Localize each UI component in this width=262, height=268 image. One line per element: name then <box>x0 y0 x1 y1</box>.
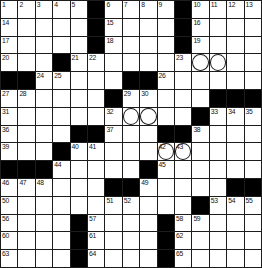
clue-number-59: 59 <box>193 215 200 223</box>
cell-r12-c3[interactable] <box>36 197 52 214</box>
cell-r10-c14[interactable] <box>227 161 243 178</box>
cell-r8-c15[interactable] <box>245 126 261 143</box>
cell-r6-c9[interactable]: 30 <box>140 90 156 107</box>
cell-r7-c7[interactable]: 32 <box>105 108 121 125</box>
clue-number-5: 5 <box>72 1 75 9</box>
clue-number-6: 6 <box>106 1 109 9</box>
cell-r6-c6[interactable] <box>88 90 104 107</box>
cell-r9-c11[interactable]: 43 <box>175 143 191 160</box>
black-cell-r8-c10 <box>158 126 174 143</box>
cell-r4-c15[interactable] <box>245 54 261 71</box>
black-cell-r13-c10 <box>158 215 174 232</box>
cell-r13-c9[interactable] <box>140 215 156 232</box>
clue-number-1: 1 <box>2 1 5 9</box>
black-cell-r14-c10 <box>158 232 174 249</box>
cell-r8-c13[interactable] <box>210 126 226 143</box>
cell-r15-c12[interactable] <box>192 250 208 267</box>
cell-r3-c4[interactable] <box>53 37 69 54</box>
cell-r3-c14[interactable] <box>227 37 243 54</box>
clue-number-2: 2 <box>19 1 22 9</box>
cell-r12-c11[interactable] <box>175 197 191 214</box>
clue-number-11: 11 <box>211 1 217 9</box>
black-cell-r10-c2 <box>18 161 34 178</box>
cell-r9-c3[interactable] <box>36 143 52 160</box>
black-cell-r8-c11 <box>175 126 191 143</box>
cell-r4-c7[interactable] <box>105 54 121 71</box>
cell-r12-c13[interactable]: 53 <box>210 197 226 214</box>
cell-r14-c13[interactable] <box>210 232 226 249</box>
clue-number-15: 15 <box>106 19 113 27</box>
black-cell-r5-c1 <box>1 72 17 89</box>
cell-r5-c10[interactable]: 26 <box>158 72 174 89</box>
clue-number-37: 37 <box>106 126 113 134</box>
black-cell-r6-c14 <box>227 90 243 107</box>
cell-r4-c6[interactable]: 22 <box>88 54 104 71</box>
black-cell-r1-c6 <box>88 1 104 18</box>
black-cell-r9-c4 <box>53 143 69 160</box>
cell-r4-c5[interactable]: 21 <box>71 54 87 71</box>
cell-r1-c10[interactable]: 9 <box>158 1 174 18</box>
clue-number-10: 10 <box>193 1 200 9</box>
cell-r5-c14[interactable] <box>227 72 243 89</box>
cell-r3-c12[interactable]: 19 <box>192 37 208 54</box>
black-cell-r11-c14 <box>227 179 243 196</box>
cell-r10-c5[interactable] <box>71 161 87 178</box>
cell-r2-c2[interactable] <box>18 19 34 36</box>
clue-number-51: 51 <box>106 197 113 205</box>
cell-r15-c13[interactable] <box>210 250 226 267</box>
cell-r2-c9[interactable] <box>140 19 156 36</box>
cell-r4-c1[interactable]: 20 <box>1 54 17 71</box>
cell-r6-c2[interactable]: 28 <box>18 90 34 107</box>
clue-number-19: 19 <box>193 37 200 45</box>
black-cell-r8-c5 <box>71 126 87 143</box>
cell-r2-c8[interactable] <box>123 19 139 36</box>
cell-r11-c3[interactable]: 48 <box>36 179 52 196</box>
cell-r6-c5[interactable] <box>71 90 87 107</box>
cell-r4-c11[interactable]: 23 <box>175 54 191 71</box>
black-cell-r12-c12 <box>192 197 208 214</box>
cell-r12-c1[interactable]: 50 <box>1 197 17 214</box>
cell-r3-c3[interactable] <box>36 37 52 54</box>
cell-r5-c13[interactable] <box>210 72 226 89</box>
cell-r14-c9[interactable] <box>140 232 156 249</box>
cell-r9-c8[interactable] <box>123 143 139 160</box>
clue-number-63: 63 <box>2 250 9 258</box>
black-cell-r11-c7 <box>105 179 121 196</box>
cell-r4-c3[interactable] <box>36 54 52 71</box>
cell-r3-c7[interactable]: 18 <box>105 37 121 54</box>
clue-number-17: 17 <box>2 37 9 45</box>
cell-r5-c5[interactable] <box>71 72 87 89</box>
black-cell-r13-c5 <box>71 215 87 232</box>
cell-r5-c11[interactable] <box>175 72 191 89</box>
cell-r13-c2[interactable] <box>18 215 34 232</box>
cell-r11-c10[interactable] <box>158 179 174 196</box>
black-cell-r11-c8 <box>123 179 139 196</box>
black-cell-r2-c11 <box>175 19 191 36</box>
clue-number-65: 65 <box>176 250 183 258</box>
black-cell-r10-c1 <box>1 161 17 178</box>
cell-r12-c8[interactable]: 52 <box>123 197 139 214</box>
cell-r9-c10[interactable]: 42 <box>158 143 174 160</box>
cell-r11-c9[interactable]: 49 <box>140 179 156 196</box>
cell-r4-c12[interactable] <box>192 54 208 71</box>
cell-r6-c4[interactable] <box>53 90 69 107</box>
clue-number-27: 27 <box>2 90 9 98</box>
cell-r5-c7[interactable] <box>105 72 121 89</box>
cell-r15-c1[interactable]: 63 <box>1 250 17 267</box>
cell-r9-c12[interactable] <box>192 143 208 160</box>
circle-mark <box>140 108 156 125</box>
cell-r1-c3[interactable]: 3 <box>36 1 52 18</box>
cell-r3-c1[interactable]: 17 <box>1 37 17 54</box>
black-cell-r5-c9 <box>140 72 156 89</box>
cell-r7-c3[interactable] <box>36 108 52 125</box>
cell-r2-c7[interactable]: 15 <box>105 19 121 36</box>
clue-number-58: 58 <box>176 215 183 223</box>
cell-r7-c15[interactable]: 35 <box>245 108 261 125</box>
cell-r3-c5[interactable] <box>71 37 87 54</box>
cell-r14-c2[interactable] <box>18 232 34 249</box>
cell-r15-c3[interactable] <box>36 250 52 267</box>
cell-r12-c15[interactable]: 55 <box>245 197 261 214</box>
cell-r11-c1[interactable]: 46 <box>1 179 17 196</box>
clue-number-18: 18 <box>106 37 113 45</box>
cell-r1-c4[interactable]: 4 <box>53 1 69 18</box>
cell-r11-c5[interactable] <box>71 179 87 196</box>
cell-r12-c10[interactable] <box>158 197 174 214</box>
black-cell-r7-c12 <box>192 108 208 125</box>
clue-number-7: 7 <box>124 1 127 9</box>
cell-r15-c2[interactable] <box>18 250 34 267</box>
cell-r11-c6[interactable] <box>88 179 104 196</box>
clue-number-13: 13 <box>246 1 253 9</box>
clue-number-24: 24 <box>37 72 44 80</box>
black-cell-r1-c11 <box>175 1 191 18</box>
clue-number-30: 30 <box>141 90 148 98</box>
cell-r13-c3[interactable] <box>36 215 52 232</box>
cell-r9-c13[interactable] <box>210 143 226 160</box>
cell-r13-c15[interactable] <box>245 215 261 232</box>
cell-r1-c15[interactable]: 13 <box>245 1 261 18</box>
cell-r14-c1[interactable]: 60 <box>1 232 17 249</box>
cell-r14-c8[interactable] <box>123 232 139 249</box>
cell-r10-c15[interactable] <box>245 161 261 178</box>
cell-r11-c13[interactable] <box>210 179 226 196</box>
clue-number-20: 20 <box>2 54 9 62</box>
clue-number-44: 44 <box>54 161 61 169</box>
clue-number-12: 12 <box>228 1 235 9</box>
cell-r10-c4[interactable]: 44 <box>53 161 69 178</box>
black-cell-r10-c3 <box>36 161 52 178</box>
black-cell-r5-c2 <box>18 72 34 89</box>
cell-r7-c14[interactable]: 34 <box>227 108 243 125</box>
cell-r2-c1[interactable]: 14 <box>1 19 17 36</box>
clue-number-34: 34 <box>228 108 235 116</box>
cell-r8-c2[interactable] <box>18 126 34 143</box>
clue-number-49: 49 <box>141 179 148 187</box>
clue-number-56: 56 <box>2 215 9 223</box>
cell-r6-c1[interactable]: 27 <box>1 90 17 107</box>
cell-r13-c11[interactable]: 58 <box>175 215 191 232</box>
cell-r8-c12[interactable]: 38 <box>192 126 208 143</box>
clue-number-40: 40 <box>72 143 79 151</box>
cell-r11-c4[interactable] <box>53 179 69 196</box>
cell-r8-c7[interactable]: 37 <box>105 126 121 143</box>
black-cell-r6-c15 <box>245 90 261 107</box>
cell-r6-c3[interactable] <box>36 90 52 107</box>
cell-r9-c9[interactable] <box>140 143 156 160</box>
cell-r7-c8[interactable] <box>123 108 139 125</box>
cell-r7-c4[interactable] <box>53 108 69 125</box>
cell-r9-c15[interactable] <box>245 143 261 160</box>
cell-r3-c2[interactable] <box>18 37 34 54</box>
clue-number-64: 64 <box>89 250 96 258</box>
clue-number-31: 31 <box>2 108 9 116</box>
cell-r10-c11[interactable] <box>175 161 191 178</box>
cell-r7-c10[interactable] <box>158 108 174 125</box>
cell-r2-c3[interactable] <box>36 19 52 36</box>
cell-r4-c10[interactable] <box>158 54 174 71</box>
cell-r1-c9[interactable]: 8 <box>140 1 156 18</box>
black-cell-r6-c7 <box>105 90 121 107</box>
black-cell-r15-c10 <box>158 250 174 267</box>
cell-r3-c8[interactable] <box>123 37 139 54</box>
clue-number-46: 46 <box>2 179 9 187</box>
cell-r8-c4[interactable] <box>53 126 69 143</box>
cell-r6-c12[interactable] <box>192 90 208 107</box>
cell-r5-c15[interactable] <box>245 72 261 89</box>
cell-r8-c1[interactable]: 36 <box>1 126 17 143</box>
cell-r13-c13[interactable] <box>210 215 226 232</box>
cell-r3-c15[interactable] <box>245 37 261 54</box>
clue-number-26: 26 <box>159 72 166 80</box>
black-cell-r3-c11 <box>175 37 191 54</box>
clue-number-23: 23 <box>176 54 183 62</box>
circle-mark <box>210 54 226 71</box>
clue-number-45: 45 <box>159 161 166 169</box>
cell-r12-c7[interactable]: 51 <box>105 197 121 214</box>
clue-number-22: 22 <box>89 54 96 62</box>
cell-r10-c8[interactable] <box>123 161 139 178</box>
cell-r12-c6[interactable] <box>88 197 104 214</box>
cell-r7-c2[interactable] <box>18 108 34 125</box>
clue-number-21: 21 <box>72 54 79 62</box>
cell-r8-c14[interactable] <box>227 126 243 143</box>
cell-r9-c2[interactable] <box>18 143 34 160</box>
clue-number-33: 33 <box>211 108 218 116</box>
clue-number-57: 57 <box>89 215 96 223</box>
cell-r7-c6[interactable] <box>88 108 104 125</box>
cell-r5-c12[interactable] <box>192 72 208 89</box>
black-cell-r6-c13 <box>210 90 226 107</box>
cell-r1-c8[interactable]: 7 <box>123 1 139 18</box>
clue-number-4: 4 <box>54 1 57 9</box>
black-cell-r15-c5 <box>71 250 87 267</box>
cell-r8-c9[interactable] <box>140 126 156 143</box>
cell-r4-c13[interactable] <box>210 54 226 71</box>
cell-r13-c8[interactable] <box>123 215 139 232</box>
cell-r13-c6[interactable]: 57 <box>88 215 104 232</box>
cell-r15-c7[interactable] <box>105 250 121 267</box>
black-cell-r10-c9 <box>140 161 156 178</box>
cell-r10-c10[interactable]: 45 <box>158 161 174 178</box>
cell-r6-c10[interactable] <box>158 90 174 107</box>
cell-r1-c14[interactable]: 12 <box>227 1 243 18</box>
cell-r1-c7[interactable]: 6 <box>105 1 121 18</box>
crossword-puzzle: 1234567891011121314151617181920212223242… <box>0 0 262 268</box>
cell-r13-c14[interactable] <box>227 215 243 232</box>
circle-mark <box>192 54 208 71</box>
cell-r15-c4[interactable] <box>53 250 69 267</box>
clue-number-42: 42 <box>159 143 166 151</box>
clue-number-43: 43 <box>176 143 183 151</box>
clue-number-48: 48 <box>37 179 44 187</box>
clue-number-55: 55 <box>246 197 253 205</box>
cell-r12-c4[interactable] <box>53 197 69 214</box>
cell-r12-c9[interactable] <box>140 197 156 214</box>
cell-r15-c14[interactable] <box>227 250 243 267</box>
clue-number-62: 62 <box>176 232 183 240</box>
cell-r2-c13[interactable] <box>210 19 226 36</box>
cell-r15-c6[interactable]: 64 <box>88 250 104 267</box>
clue-number-16: 16 <box>193 19 200 27</box>
clue-number-54: 54 <box>228 197 235 205</box>
cell-r15-c9[interactable] <box>140 250 156 267</box>
cell-r1-c12[interactable]: 10 <box>192 1 208 18</box>
cell-r7-c1[interactable]: 31 <box>1 108 17 125</box>
black-cell-r11-c15 <box>245 179 261 196</box>
cell-r9-c5[interactable]: 40 <box>71 143 87 160</box>
cell-r10-c6[interactable] <box>88 161 104 178</box>
cell-r2-c12[interactable]: 16 <box>192 19 208 36</box>
cell-r10-c7[interactable] <box>105 161 121 178</box>
cell-r14-c14[interactable] <box>227 232 243 249</box>
cell-r6-c8[interactable]: 29 <box>123 90 139 107</box>
cell-r4-c2[interactable] <box>18 54 34 71</box>
cell-r15-c15[interactable] <box>245 250 261 267</box>
clue-number-61: 61 <box>89 232 96 240</box>
clue-number-32: 32 <box>106 108 113 116</box>
cell-r15-c8[interactable] <box>123 250 139 267</box>
cell-r14-c11[interactable]: 62 <box>175 232 191 249</box>
cell-r2-c14[interactable] <box>227 19 243 36</box>
clue-number-50: 50 <box>2 197 9 205</box>
cell-r10-c12[interactable] <box>192 161 208 178</box>
cell-r2-c5[interactable] <box>71 19 87 36</box>
cell-r9-c14[interactable] <box>227 143 243 160</box>
cell-r13-c4[interactable] <box>53 215 69 232</box>
cell-r7-c13[interactable]: 33 <box>210 108 226 125</box>
cell-r7-c9[interactable] <box>140 108 156 125</box>
clue-number-53: 53 <box>211 197 218 205</box>
cell-r13-c7[interactable] <box>105 215 121 232</box>
cell-r2-c4[interactable] <box>53 19 69 36</box>
cell-r9-c6[interactable]: 41 <box>88 143 104 160</box>
circle-mark <box>123 108 139 125</box>
cell-r2-c15[interactable] <box>245 19 261 36</box>
cell-r4-c14[interactable] <box>227 54 243 71</box>
cell-r3-c9[interactable] <box>140 37 156 54</box>
cell-r1-c5[interactable]: 5 <box>71 1 87 18</box>
cell-r14-c7[interactable] <box>105 232 121 249</box>
cell-r14-c12[interactable] <box>192 232 208 249</box>
clue-number-39: 39 <box>2 143 9 151</box>
cell-r2-c10[interactable] <box>158 19 174 36</box>
clue-number-52: 52 <box>124 197 131 205</box>
cell-r3-c10[interactable] <box>158 37 174 54</box>
cell-r13-c1[interactable]: 56 <box>1 215 17 232</box>
clue-number-36: 36 <box>2 126 9 134</box>
cell-r9-c7[interactable] <box>105 143 121 160</box>
cell-r5-c4[interactable]: 25 <box>53 72 69 89</box>
clue-number-41: 41 <box>89 143 96 151</box>
cell-r12-c14[interactable]: 54 <box>227 197 243 214</box>
cell-r6-c11[interactable] <box>175 90 191 107</box>
clue-number-28: 28 <box>19 90 26 98</box>
cell-r13-c12[interactable]: 59 <box>192 215 208 232</box>
crossword-grid: 1234567891011121314151617181920212223242… <box>0 0 262 268</box>
cell-r1-c2[interactable]: 2 <box>18 1 34 18</box>
cell-r1-c1[interactable]: 1 <box>1 1 17 18</box>
cell-r14-c3[interactable] <box>36 232 52 249</box>
cell-r10-c13[interactable] <box>210 161 226 178</box>
cell-r5-c6[interactable] <box>88 72 104 89</box>
cell-r4-c9[interactable] <box>140 54 156 71</box>
clue-number-29: 29 <box>124 90 131 98</box>
cell-r3-c13[interactable] <box>210 37 226 54</box>
cell-r4-c8[interactable] <box>123 54 139 71</box>
clue-number-8: 8 <box>141 1 144 9</box>
cell-r9-c1[interactable]: 39 <box>1 143 17 160</box>
clue-number-9: 9 <box>159 1 162 9</box>
cell-r15-c11[interactable]: 65 <box>175 250 191 267</box>
cell-r11-c2[interactable]: 47 <box>18 179 34 196</box>
clue-number-25: 25 <box>54 72 61 80</box>
clue-number-47: 47 <box>19 179 26 187</box>
black-cell-r2-c6 <box>88 19 104 36</box>
cell-r11-c12[interactable] <box>192 179 208 196</box>
black-cell-r4-c4 <box>53 54 69 71</box>
cell-r8-c8[interactable] <box>123 126 139 143</box>
cell-r7-c5[interactable] <box>71 108 87 125</box>
cell-r14-c6[interactable]: 61 <box>88 232 104 249</box>
cell-r12-c2[interactable] <box>18 197 34 214</box>
cell-r14-c15[interactable] <box>245 232 261 249</box>
cell-r1-c13[interactable]: 11 <box>210 1 226 18</box>
clue-number-35: 35 <box>246 108 253 116</box>
cell-r5-c3[interactable]: 24 <box>36 72 52 89</box>
clue-number-14: 14 <box>2 19 9 27</box>
cell-r12-c5[interactable] <box>71 197 87 214</box>
cell-r8-c3[interactable] <box>36 126 52 143</box>
black-cell-r8-c6 <box>88 126 104 143</box>
cell-r7-c11[interactable] <box>175 108 191 125</box>
cell-r11-c11[interactable] <box>175 179 191 196</box>
black-cell-r5-c8 <box>123 72 139 89</box>
clue-number-3: 3 <box>37 1 40 9</box>
black-cell-r14-c5 <box>71 232 87 249</box>
black-cell-r3-c6 <box>88 37 104 54</box>
clue-number-60: 60 <box>2 232 9 240</box>
cell-r14-c4[interactable] <box>53 232 69 249</box>
clue-number-38: 38 <box>193 126 200 134</box>
